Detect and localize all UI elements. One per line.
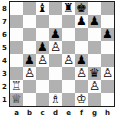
chess-diagram: 87654321 ♝♜♚♟♟♟♟♟♙♟♙♙♟♙♙♛♙♖♙♕♗♔ abcdefgh	[0, 0, 119, 119]
board-frame: ♝♜♚♟♟♟♟♟♙♟♙♙♟♙♙♛♙♖♙♕♗♔	[9, 1, 115, 107]
square-c8[interactable]: ♝	[36, 2, 49, 15]
white-queen-a1[interactable]: ♕	[10, 93, 23, 106]
file-label-d: d	[49, 108, 62, 118]
rank-label-5: 5	[0, 41, 9, 54]
rank-label-1: 1	[0, 93, 9, 106]
black-rook-e8[interactable]: ♜	[62, 2, 75, 15]
square-b8[interactable]	[23, 2, 36, 15]
white-pawn-e4[interactable]: ♙	[62, 54, 75, 67]
file-label-h: h	[101, 108, 114, 118]
black-pawn-g7[interactable]: ♟	[88, 15, 101, 28]
square-f3[interactable]: ♙	[75, 67, 88, 80]
black-pawn-f7[interactable]: ♟	[75, 15, 88, 28]
file-label-e: e	[62, 108, 75, 118]
square-f6[interactable]	[75, 28, 88, 41]
black-bishop-c8[interactable]: ♝	[36, 2, 49, 15]
square-e1[interactable]	[62, 93, 75, 106]
square-g5[interactable]	[88, 41, 101, 54]
square-c7[interactable]	[36, 15, 49, 28]
file-label-f: f	[75, 108, 88, 118]
square-g1[interactable]	[88, 93, 101, 106]
square-a6[interactable]	[10, 28, 23, 41]
square-c3[interactable]	[36, 67, 49, 80]
square-e4[interactable]: ♙	[62, 54, 75, 67]
rank-label-6: 6	[0, 28, 9, 41]
white-king-f1[interactable]: ♔	[75, 93, 88, 106]
file-labels: abcdefgh	[10, 108, 114, 118]
square-h1[interactable]	[101, 93, 114, 106]
square-a4[interactable]	[10, 54, 23, 67]
square-b1[interactable]	[23, 93, 36, 106]
square-d5[interactable]: ♙	[49, 41, 62, 54]
white-pawn-f3[interactable]: ♙	[75, 67, 88, 80]
square-d8[interactable]	[49, 2, 62, 15]
square-g2[interactable]: ♙	[88, 80, 101, 93]
square-b7[interactable]	[23, 15, 36, 28]
black-pawn-h6[interactable]: ♟	[101, 28, 114, 41]
square-b6[interactable]	[23, 28, 36, 41]
square-a5[interactable]	[10, 41, 23, 54]
rank-label-8: 8	[0, 2, 9, 15]
square-a1[interactable]: ♕	[10, 93, 23, 106]
square-h5[interactable]	[101, 41, 114, 54]
square-c2[interactable]	[36, 80, 49, 93]
square-h2[interactable]	[101, 80, 114, 93]
square-a7[interactable]	[10, 15, 23, 28]
rank-label-2: 2	[0, 80, 9, 93]
square-d3[interactable]	[49, 67, 62, 80]
file-label-b: b	[23, 108, 36, 118]
square-b2[interactable]	[23, 80, 36, 93]
square-e6[interactable]	[62, 28, 75, 41]
square-h8[interactable]	[101, 2, 114, 15]
square-d4[interactable]	[49, 54, 62, 67]
square-d1[interactable]: ♗	[49, 93, 62, 106]
rank-label-4: 4	[0, 54, 9, 67]
square-g6[interactable]	[88, 28, 101, 41]
white-bishop-d1[interactable]: ♗	[49, 93, 62, 106]
square-e8[interactable]: ♜	[62, 2, 75, 15]
square-e7[interactable]	[62, 15, 75, 28]
chess-board: ♝♜♚♟♟♟♟♟♙♟♙♙♟♙♙♛♙♖♙♕♗♔	[10, 2, 114, 106]
square-e2[interactable]	[62, 80, 75, 93]
rank-label-3: 3	[0, 67, 9, 80]
square-h3[interactable]: ♙	[101, 67, 114, 80]
file-label-a: a	[10, 108, 23, 118]
square-h6[interactable]: ♟	[101, 28, 114, 41]
white-pawn-b3[interactable]: ♙	[23, 67, 36, 80]
file-label-c: c	[36, 108, 49, 118]
file-label-g: g	[88, 108, 101, 118]
square-c1[interactable]	[36, 93, 49, 106]
square-e3[interactable]	[62, 67, 75, 80]
white-pawn-d5[interactable]: ♙	[49, 41, 62, 54]
rank-label-7: 7	[0, 15, 9, 28]
white-pawn-h3[interactable]: ♙	[101, 67, 114, 80]
white-pawn-g2[interactable]: ♙	[88, 80, 101, 93]
square-a8[interactable]	[10, 2, 23, 15]
rank-labels: 87654321	[0, 2, 9, 106]
white-pawn-c4[interactable]: ♙	[36, 54, 49, 67]
square-c4[interactable]: ♙	[36, 54, 49, 67]
square-b3[interactable]: ♙	[23, 67, 36, 80]
square-f7[interactable]: ♟	[75, 15, 88, 28]
square-g7[interactable]: ♟	[88, 15, 101, 28]
square-f1[interactable]: ♔	[75, 93, 88, 106]
